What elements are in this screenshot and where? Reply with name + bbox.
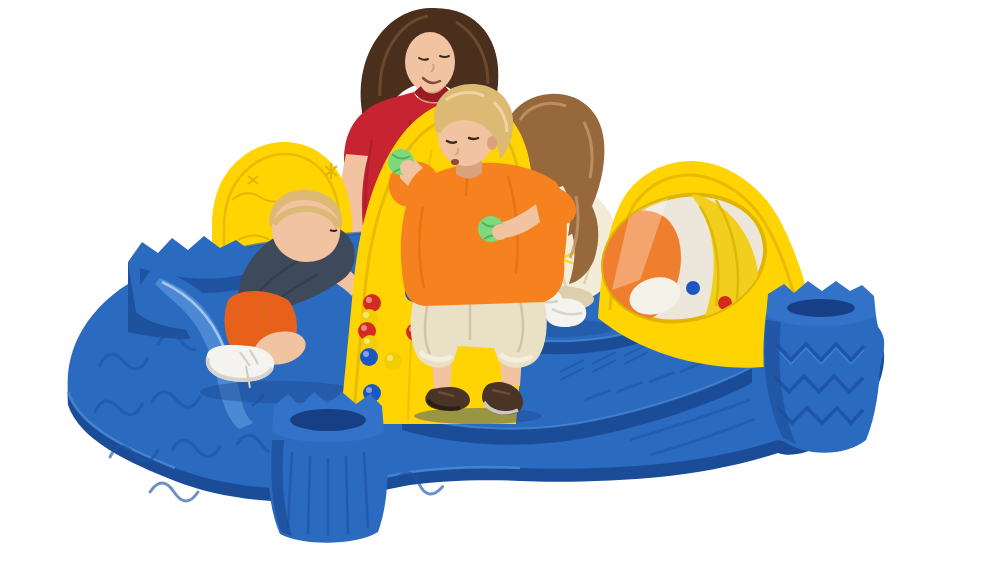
climb-knob-red [363, 294, 381, 312]
toddler-shadow [200, 381, 356, 403]
product-photo [0, 0, 1000, 563]
boy-right-hand [400, 160, 416, 176]
turret-right-hole [787, 299, 855, 317]
boy-left-hand [492, 224, 508, 240]
boy-mouth [451, 159, 459, 165]
castle-turret-center [269, 392, 388, 543]
playset-scene [0, 0, 1000, 563]
turret-center-hole [290, 409, 366, 431]
castle-turret-right [763, 281, 880, 453]
climb-knob-yellow [384, 352, 402, 370]
climb-knob-blue [360, 348, 378, 366]
boy-ear [487, 136, 497, 150]
toddler-eye [330, 230, 337, 231]
boy-shadow [414, 408, 542, 424]
mirror-reflect-blue-knob [686, 281, 700, 295]
